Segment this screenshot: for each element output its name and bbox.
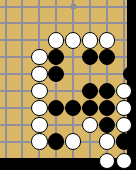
stone-black[interactable] [82,100,99,117]
stone-black[interactable] [99,100,116,117]
grid-hline [0,6,127,8]
stone-black[interactable] [82,83,99,100]
stone-black[interactable] [123,66,136,83]
stone-black[interactable] [48,100,65,117]
go-board[interactable] [0,0,136,170]
stone-black[interactable] [116,133,133,150]
stone-white[interactable] [48,32,65,49]
stone-white[interactable] [65,32,82,49]
stone-black[interactable] [48,49,65,66]
hoshi-dot [71,4,76,9]
stone-white[interactable] [31,83,48,100]
stone-white[interactable] [116,100,133,117]
stone-black[interactable] [48,66,65,83]
stone-black[interactable] [99,49,116,66]
stone-white[interactable] [99,133,116,150]
stone-black[interactable] [48,133,65,150]
stone-white[interactable] [65,133,82,150]
stone-white[interactable] [82,117,99,134]
grid-hline [0,22,127,24]
stone-black[interactable] [82,49,99,66]
stone-white[interactable] [31,133,48,150]
stone-white[interactable] [31,66,48,83]
stone-white[interactable] [31,100,48,117]
stone-black[interactable] [99,117,116,134]
stone-white[interactable] [99,32,116,49]
stone-white[interactable] [31,117,48,134]
stone-white[interactable] [31,49,48,66]
stone-black[interactable] [65,100,82,117]
stone-black[interactable] [99,83,116,100]
stone-white[interactable] [82,32,99,49]
stone-white[interactable] [116,117,133,134]
